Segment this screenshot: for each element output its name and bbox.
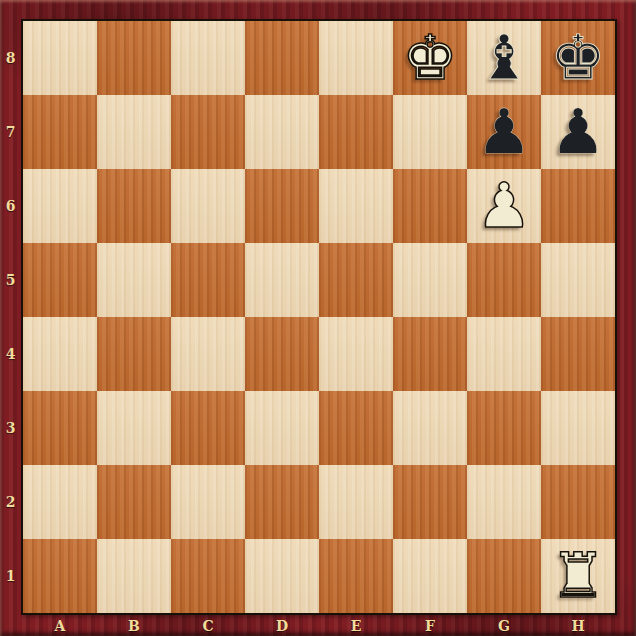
file-label-d: D (245, 615, 319, 636)
square-f8[interactable]: ♚ (393, 21, 467, 95)
square-f1[interactable] (393, 539, 467, 613)
square-c3[interactable] (171, 391, 245, 465)
file-labels: A B C D E F G H (23, 615, 615, 636)
square-f6[interactable] (393, 169, 467, 243)
square-a7[interactable] (23, 95, 97, 169)
square-c5[interactable] (171, 243, 245, 317)
square-b3[interactable] (97, 391, 171, 465)
square-h1[interactable]: ♜ (541, 539, 615, 613)
square-e5[interactable] (319, 243, 393, 317)
square-a2[interactable] (23, 465, 97, 539)
square-g4[interactable] (467, 317, 541, 391)
square-g8[interactable]: ♝ (467, 21, 541, 95)
square-a5[interactable] (23, 243, 97, 317)
square-c4[interactable] (171, 317, 245, 391)
rank-label-3: 3 (0, 391, 21, 465)
rank-label-4: 4 (0, 317, 21, 391)
rank-label-6: 6 (0, 169, 21, 243)
square-h4[interactable] (541, 317, 615, 391)
square-f5[interactable] (393, 243, 467, 317)
square-e6[interactable] (319, 169, 393, 243)
piece-white-rook[interactable]: ♜ (550, 545, 606, 607)
square-a8[interactable] (23, 21, 97, 95)
rank-label-7: 7 (0, 95, 21, 169)
piece-black-king[interactable]: ♚ (550, 27, 606, 89)
square-d7[interactable] (245, 95, 319, 169)
square-b5[interactable] (97, 243, 171, 317)
square-e4[interactable] (319, 317, 393, 391)
square-c8[interactable] (171, 21, 245, 95)
board-border: ♚♝♚♟♟♟♜ (21, 19, 617, 615)
square-d4[interactable] (245, 317, 319, 391)
square-b8[interactable] (97, 21, 171, 95)
piece-black-bishop[interactable]: ♝ (476, 27, 532, 89)
square-d2[interactable] (245, 465, 319, 539)
square-h3[interactable] (541, 391, 615, 465)
square-c2[interactable] (171, 465, 245, 539)
square-b1[interactable] (97, 539, 171, 613)
square-b4[interactable] (97, 317, 171, 391)
square-g1[interactable] (467, 539, 541, 613)
square-b2[interactable] (97, 465, 171, 539)
square-a6[interactable] (23, 169, 97, 243)
square-d6[interactable] (245, 169, 319, 243)
piece-black-pawn[interactable]: ♟ (550, 101, 606, 163)
square-e8[interactable] (319, 21, 393, 95)
square-d8[interactable] (245, 21, 319, 95)
square-g5[interactable] (467, 243, 541, 317)
piece-white-king[interactable]: ♚ (402, 27, 458, 89)
rank-label-5: 5 (0, 243, 21, 317)
square-f3[interactable] (393, 391, 467, 465)
square-g7[interactable]: ♟ (467, 95, 541, 169)
square-a4[interactable] (23, 317, 97, 391)
square-b7[interactable] (97, 95, 171, 169)
piece-black-pawn[interactable]: ♟ (476, 101, 532, 163)
file-label-a: A (23, 615, 97, 636)
square-a1[interactable] (23, 539, 97, 613)
board-frame: 8 7 6 5 4 3 2 1 ♚♝♚♟♟♟♜ A B C D E F G H (0, 0, 636, 636)
square-h7[interactable]: ♟ (541, 95, 615, 169)
square-d1[interactable] (245, 539, 319, 613)
square-g6[interactable]: ♟ (467, 169, 541, 243)
square-b6[interactable] (97, 169, 171, 243)
square-f4[interactable] (393, 317, 467, 391)
file-label-g: G (467, 615, 541, 636)
square-e3[interactable] (319, 391, 393, 465)
square-e1[interactable] (319, 539, 393, 613)
square-h2[interactable] (541, 465, 615, 539)
square-g3[interactable] (467, 391, 541, 465)
rank-labels: 8 7 6 5 4 3 2 1 (0, 21, 21, 613)
square-e7[interactable] (319, 95, 393, 169)
chess-board[interactable]: ♚♝♚♟♟♟♜ (23, 21, 615, 613)
square-h6[interactable] (541, 169, 615, 243)
rank-label-8: 8 (0, 21, 21, 95)
square-c7[interactable] (171, 95, 245, 169)
square-d3[interactable] (245, 391, 319, 465)
file-label-h: H (541, 615, 615, 636)
square-d5[interactable] (245, 243, 319, 317)
piece-white-pawn[interactable]: ♟ (476, 175, 532, 237)
rank-label-2: 2 (0, 465, 21, 539)
square-f2[interactable] (393, 465, 467, 539)
file-label-e: E (319, 615, 393, 636)
square-g2[interactable] (467, 465, 541, 539)
square-e2[interactable] (319, 465, 393, 539)
square-h8[interactable]: ♚ (541, 21, 615, 95)
square-h5[interactable] (541, 243, 615, 317)
file-label-f: F (393, 615, 467, 636)
file-label-b: B (97, 615, 171, 636)
square-c1[interactable] (171, 539, 245, 613)
square-f7[interactable] (393, 95, 467, 169)
rank-label-1: 1 (0, 539, 21, 613)
square-c6[interactable] (171, 169, 245, 243)
file-label-c: C (171, 615, 245, 636)
square-a3[interactable] (23, 391, 97, 465)
